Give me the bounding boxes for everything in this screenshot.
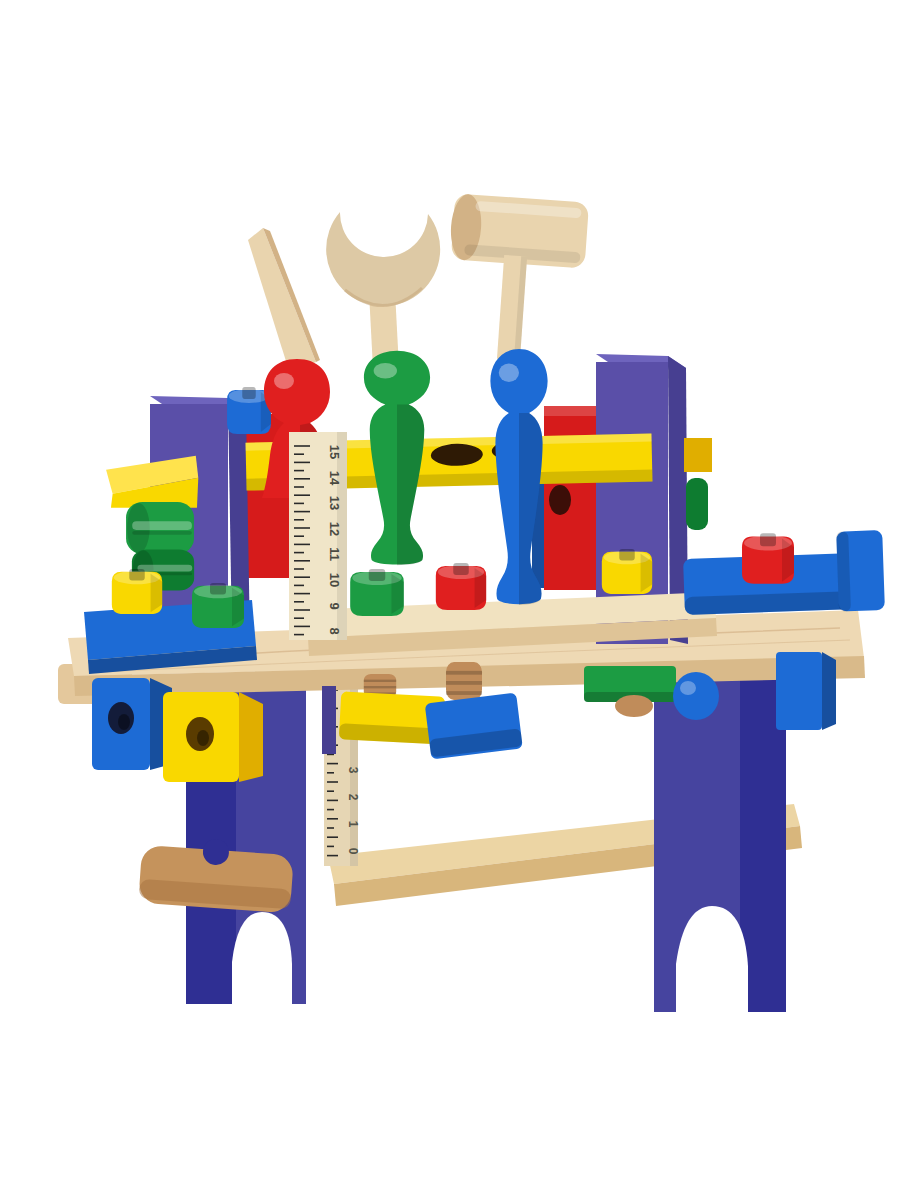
wood-knob (615, 695, 653, 717)
vise-screw-right (446, 662, 482, 700)
workbench-scene: 3 2 1 0 (0, 0, 900, 1200)
leg-ruler-number: 0 (346, 848, 360, 855)
green-wheel-top (126, 502, 194, 554)
bench-ruler-number: 8 (327, 627, 342, 634)
vise-post (322, 686, 336, 754)
red-block-hole (549, 485, 571, 515)
blue-knob (673, 672, 719, 720)
rack-stub (684, 438, 712, 472)
leg-ruler-number: 3 (346, 767, 360, 774)
yellow-nut-left (112, 569, 162, 614)
blue-side-block (776, 652, 836, 730)
bench-ruler-number: 14 (327, 471, 342, 486)
wrench (326, 212, 440, 367)
green-nut-platform (350, 569, 404, 616)
red-nut-platform (436, 563, 486, 610)
bench-ruler-number: 13 (327, 496, 342, 510)
red-nut-on-plate (742, 533, 794, 584)
bench-ruler-number: 11 (327, 547, 342, 561)
bench-ruler-number: 15 (327, 445, 342, 459)
green-wheel-sliver (686, 478, 708, 530)
blue-drilled-cube (92, 678, 172, 770)
leg-ruler-number: 2 (346, 794, 360, 801)
bench-ruler-number: 9 (327, 602, 342, 609)
bench-ruler: 15 14 13 12 11 10 9 8 (289, 432, 347, 640)
right-leg (654, 654, 786, 1012)
wrench-handle (364, 351, 430, 565)
green-nut-left (192, 583, 244, 628)
vise-bracket-blue (425, 693, 523, 760)
leg-ruler-number: 1 (346, 821, 360, 828)
mallet (442, 193, 589, 364)
yellow-nut-right (602, 549, 652, 594)
bench-ruler-number: 12 (327, 522, 342, 536)
product-photo-toy-workbench: 3 2 1 0 (0, 0, 900, 1200)
screwdriver-blade (248, 228, 316, 374)
bench-ruler-number: 10 (327, 573, 342, 587)
yellow-drilled-cube (163, 692, 263, 782)
